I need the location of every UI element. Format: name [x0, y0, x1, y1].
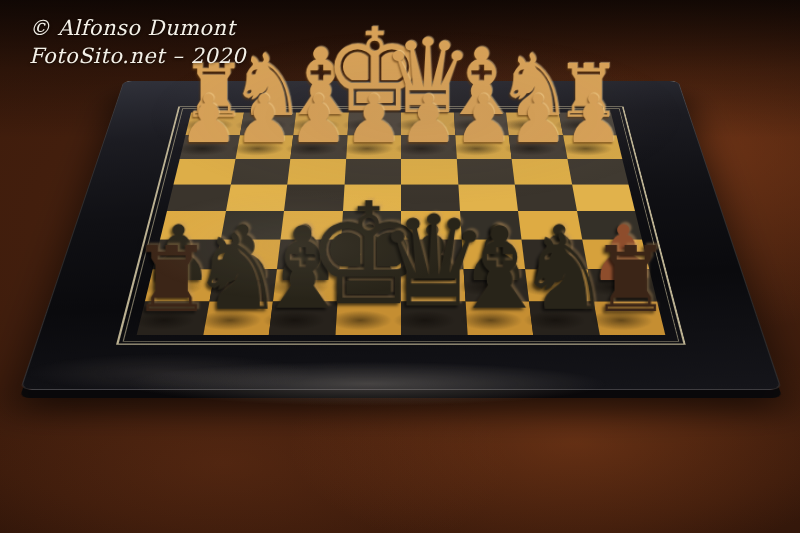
- piece-white-pawn-h2: ♟: [179, 86, 239, 153]
- watermark: © Alfonso Dumont FotoSito.net – 2020: [29, 14, 246, 70]
- square-h3: [174, 159, 235, 184]
- square-b3: [512, 159, 572, 184]
- square-e2: ♟: [346, 135, 401, 159]
- piece-white-pawn-c2: ♟: [453, 86, 513, 153]
- square-d2: ♟: [401, 135, 456, 159]
- photo-scene: ♜♞♝♚♛♝♞♜♟♟♟♟♟♟♟♟♟♟♟♟♟♟♟♟♜♞♝♚♛♝♞♜ © Alfon…: [0, 0, 800, 533]
- square-f2: ♟: [290, 135, 347, 159]
- square-h2: ♟: [180, 135, 240, 159]
- square-a3: [567, 159, 628, 184]
- board-grid: ♜♞♝♚♛♝♞♜♟♟♟♟♟♟♟♟♟♟♟♟♟♟♟♟♜♞♝♚♛♝♞♜: [137, 112, 666, 335]
- piece-white-pawn-e2: ♟: [344, 86, 404, 153]
- piece-white-pawn-d2: ♟: [399, 86, 459, 153]
- watermark-line2: FotoSito.net – 2020: [29, 42, 246, 70]
- piece-white-pawn-f2: ♟: [289, 86, 349, 153]
- chess-board: ♜♞♝♚♛♝♞♜♟♟♟♟♟♟♟♟♟♟♟♟♟♟♟♟♜♞♝♚♛♝♞♜: [20, 81, 782, 390]
- piece-black-rook-a8: ♜: [590, 235, 671, 326]
- square-c3: [456, 159, 514, 184]
- square-c2: ♟: [455, 135, 512, 159]
- square-b2: ♟: [509, 135, 567, 159]
- piece-white-pawn-g2: ♟: [234, 86, 294, 153]
- piece-white-pawn-a2: ♟: [563, 86, 623, 153]
- square-g2: ♟: [235, 135, 293, 159]
- square-g3: [230, 159, 290, 184]
- square-a4: [572, 184, 635, 211]
- square-a2: ♟: [563, 135, 623, 159]
- piece-white-pawn-b2: ♟: [508, 86, 568, 153]
- watermark-line1: © Alfonso Dumont: [29, 14, 246, 42]
- square-h4: [167, 184, 230, 211]
- square-a8: ♜: [593, 301, 665, 335]
